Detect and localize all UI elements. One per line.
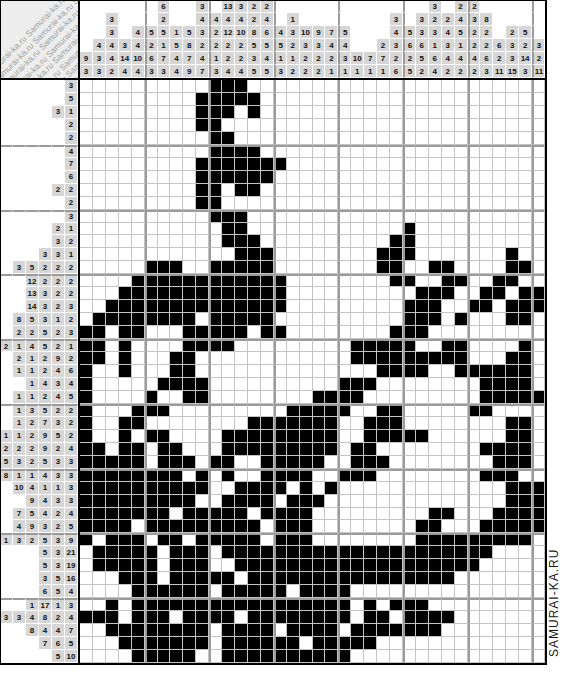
- grid-cell-empty[interactable]: [119, 274, 132, 287]
- grid-cell-filled[interactable]: [235, 145, 248, 158]
- grid-cell-filled[interactable]: [287, 508, 300, 521]
- grid-cell-empty[interactable]: [390, 637, 403, 650]
- grid-cell-empty[interactable]: [390, 650, 403, 663]
- grid-cell-filled[interactable]: [261, 287, 274, 300]
- grid-cell-filled[interactable]: [532, 508, 545, 521]
- grid-cell-empty[interactable]: [274, 184, 287, 197]
- grid-cell-empty[interactable]: [222, 352, 235, 365]
- grid-cell-empty[interactable]: [132, 352, 145, 365]
- grid-cell-filled[interactable]: [338, 585, 351, 598]
- grid-cell-empty[interactable]: [119, 650, 132, 663]
- grid-cell-empty[interactable]: [183, 248, 196, 261]
- grid-cell-empty[interactable]: [274, 145, 287, 158]
- grid-cell-empty[interactable]: [80, 235, 93, 248]
- grid-cell-empty[interactable]: [519, 585, 532, 598]
- grid-cell-filled[interactable]: [287, 637, 300, 650]
- grid-cell-filled[interactable]: [325, 572, 338, 585]
- grid-cell-filled[interactable]: [170, 624, 183, 637]
- grid-cell-filled[interactable]: [132, 443, 145, 456]
- grid-cell-filled[interactable]: [235, 650, 248, 663]
- grid-cell-empty[interactable]: [403, 417, 416, 430]
- grid-cell-filled[interactable]: [325, 598, 338, 611]
- grid-cell-empty[interactable]: [506, 132, 519, 145]
- grid-cell-filled[interactable]: [377, 365, 390, 378]
- grid-cell-empty[interactable]: [416, 417, 429, 430]
- grid-cell-empty[interactable]: [158, 158, 171, 171]
- grid-cell-empty[interactable]: [455, 235, 468, 248]
- grid-cell-empty[interactable]: [403, 650, 416, 663]
- grid-cell-empty[interactable]: [364, 495, 377, 508]
- grid-cell-empty[interactable]: [532, 559, 545, 572]
- grid-cell-empty[interactable]: [313, 339, 326, 352]
- grid-cell-filled[interactable]: [80, 482, 93, 495]
- grid-cell-filled[interactable]: [429, 520, 442, 533]
- grid-cell-filled[interactable]: [261, 300, 274, 313]
- grid-cell-empty[interactable]: [532, 443, 545, 456]
- grid-cell-filled[interactable]: [390, 404, 403, 417]
- grid-cell-empty[interactable]: [468, 80, 481, 93]
- grid-cell-filled[interactable]: [506, 274, 519, 287]
- grid-cell-empty[interactable]: [532, 365, 545, 378]
- grid-cell-empty[interactable]: [403, 520, 416, 533]
- grid-cell-filled[interactable]: [261, 572, 274, 585]
- grid-cell-filled[interactable]: [235, 235, 248, 248]
- grid-cell-filled[interactable]: [325, 546, 338, 559]
- grid-cell-empty[interactable]: [145, 339, 158, 352]
- grid-cell-empty[interactable]: [455, 261, 468, 274]
- grid-cell-filled[interactable]: [119, 456, 132, 469]
- grid-cell-empty[interactable]: [364, 248, 377, 261]
- grid-cell-empty[interactable]: [532, 145, 545, 158]
- grid-cell-filled[interactable]: [183, 456, 196, 469]
- grid-cell-empty[interactable]: [493, 171, 506, 184]
- grid-cell-empty[interactable]: [429, 235, 442, 248]
- grid-cell-filled[interactable]: [313, 443, 326, 456]
- grid-cell-filled[interactable]: [506, 300, 519, 313]
- grid-cell-filled[interactable]: [158, 287, 171, 300]
- grid-cell-empty[interactable]: [325, 132, 338, 145]
- grid-cell-filled[interactable]: [235, 300, 248, 313]
- grid-cell-filled[interactable]: [93, 495, 106, 508]
- grid-cell-empty[interactable]: [287, 391, 300, 404]
- grid-cell-filled[interactable]: [261, 611, 274, 624]
- grid-cell-empty[interactable]: [351, 197, 364, 210]
- grid-cell-empty[interactable]: [325, 261, 338, 274]
- grid-cell-filled[interactable]: [429, 508, 442, 521]
- grid-cell-filled[interactable]: [209, 184, 222, 197]
- grid-cell-filled[interactable]: [183, 287, 196, 300]
- grid-cell-filled[interactable]: [222, 261, 235, 274]
- grid-cell-filled[interactable]: [274, 417, 287, 430]
- grid-cell-empty[interactable]: [468, 482, 481, 495]
- grid-cell-filled[interactable]: [248, 611, 261, 624]
- grid-cell-empty[interactable]: [351, 300, 364, 313]
- grid-cell-empty[interactable]: [274, 93, 287, 106]
- grid-cell-empty[interactable]: [468, 287, 481, 300]
- grid-cell-empty[interactable]: [519, 637, 532, 650]
- grid-cell-filled[interactable]: [403, 235, 416, 248]
- grid-cell-empty[interactable]: [480, 313, 493, 326]
- grid-cell-empty[interactable]: [325, 469, 338, 482]
- grid-cell-filled[interactable]: [403, 430, 416, 443]
- grid-cell-filled[interactable]: [274, 482, 287, 495]
- grid-cell-empty[interactable]: [506, 158, 519, 171]
- grid-cell-empty[interactable]: [442, 235, 455, 248]
- grid-cell-filled[interactable]: [132, 585, 145, 598]
- grid-cell-filled[interactable]: [222, 572, 235, 585]
- grid-cell-filled[interactable]: [235, 520, 248, 533]
- grid-cell-empty[interactable]: [364, 171, 377, 184]
- grid-cell-empty[interactable]: [170, 235, 183, 248]
- grid-cell-empty[interactable]: [416, 482, 429, 495]
- grid-cell-filled[interactable]: [442, 611, 455, 624]
- grid-cell-filled[interactable]: [158, 430, 171, 443]
- grid-cell-filled[interactable]: [196, 637, 209, 650]
- grid-cell-empty[interactable]: [532, 378, 545, 391]
- grid-cell-empty[interactable]: [364, 145, 377, 158]
- grid-cell-filled[interactable]: [235, 248, 248, 261]
- grid-cell-empty[interactable]: [390, 132, 403, 145]
- grid-cell-filled[interactable]: [300, 417, 313, 430]
- grid-cell-filled[interactable]: [196, 274, 209, 287]
- grid-cell-empty[interactable]: [480, 248, 493, 261]
- grid-cell-empty[interactable]: [493, 624, 506, 637]
- grid-cell-empty[interactable]: [455, 650, 468, 663]
- grid-cell-empty[interactable]: [390, 93, 403, 106]
- grid-cell-empty[interactable]: [390, 611, 403, 624]
- grid-cell-empty[interactable]: [145, 210, 158, 223]
- grid-cell-filled[interactable]: [106, 520, 119, 533]
- grid-cell-empty[interactable]: [403, 508, 416, 521]
- grid-cell-filled[interactable]: [222, 145, 235, 158]
- grid-cell-filled[interactable]: [222, 611, 235, 624]
- grid-cell-empty[interactable]: [519, 235, 532, 248]
- grid-cell-empty[interactable]: [455, 210, 468, 223]
- grid-cell-filled[interactable]: [145, 274, 158, 287]
- grid-cell-filled[interactable]: [93, 443, 106, 456]
- grid-cell-filled[interactable]: [287, 650, 300, 663]
- grid-cell-empty[interactable]: [532, 326, 545, 339]
- grid-cell-empty[interactable]: [145, 158, 158, 171]
- grid-cell-filled[interactable]: [274, 572, 287, 585]
- grid-cell-empty[interactable]: [506, 287, 519, 300]
- grid-cell-empty[interactable]: [390, 456, 403, 469]
- grid-cell-empty[interactable]: [80, 572, 93, 585]
- grid-cell-filled[interactable]: [183, 326, 196, 339]
- grid-cell-filled[interactable]: [261, 456, 274, 469]
- grid-cell-empty[interactable]: [145, 106, 158, 119]
- grid-cell-empty[interactable]: [287, 378, 300, 391]
- grid-cell-empty[interactable]: [377, 495, 390, 508]
- grid-cell-empty[interactable]: [351, 598, 364, 611]
- grid-cell-empty[interactable]: [274, 171, 287, 184]
- grid-cell-empty[interactable]: [429, 132, 442, 145]
- grid-cell-empty[interactable]: [145, 184, 158, 197]
- grid-cell-empty[interactable]: [338, 339, 351, 352]
- grid-cell-empty[interactable]: [235, 106, 248, 119]
- grid-cell-empty[interactable]: [222, 365, 235, 378]
- grid-cell-empty[interactable]: [442, 313, 455, 326]
- grid-cell-empty[interactable]: [390, 495, 403, 508]
- grid-cell-empty[interactable]: [455, 378, 468, 391]
- grid-cell-empty[interactable]: [196, 132, 209, 145]
- grid-cell-empty[interactable]: [248, 352, 261, 365]
- grid-cell-filled[interactable]: [313, 404, 326, 417]
- grid-cell-filled[interactable]: [274, 520, 287, 533]
- grid-cell-filled[interactable]: [364, 352, 377, 365]
- grid-cell-empty[interactable]: [390, 391, 403, 404]
- grid-cell-empty[interactable]: [183, 106, 196, 119]
- grid-cell-empty[interactable]: [93, 378, 106, 391]
- grid-cell-empty[interactable]: [93, 274, 106, 287]
- grid-cell-filled[interactable]: [248, 145, 261, 158]
- grid-cell-empty[interactable]: [493, 313, 506, 326]
- grid-cell-empty[interactable]: [145, 417, 158, 430]
- grid-cell-empty[interactable]: [196, 404, 209, 417]
- grid-cell-empty[interactable]: [313, 145, 326, 158]
- grid-cell-empty[interactable]: [132, 119, 145, 132]
- grid-cell-empty[interactable]: [377, 80, 390, 93]
- grid-cell-filled[interactable]: [145, 546, 158, 559]
- grid-cell-filled[interactable]: [506, 365, 519, 378]
- grid-cell-empty[interactable]: [313, 184, 326, 197]
- grid-cell-empty[interactable]: [300, 637, 313, 650]
- grid-cell-filled[interactable]: [209, 326, 222, 339]
- grid-cell-filled[interactable]: [132, 508, 145, 521]
- grid-cell-empty[interactable]: [132, 378, 145, 391]
- grid-cell-empty[interactable]: [442, 443, 455, 456]
- grid-cell-empty[interactable]: [93, 391, 106, 404]
- grid-cell-empty[interactable]: [300, 391, 313, 404]
- grid-cell-filled[interactable]: [248, 585, 261, 598]
- grid-cell-filled[interactable]: [196, 287, 209, 300]
- grid-cell-empty[interactable]: [468, 624, 481, 637]
- grid-cell-empty[interactable]: [170, 132, 183, 145]
- grid-cell-filled[interactable]: [442, 352, 455, 365]
- grid-cell-empty[interactable]: [209, 430, 222, 443]
- grid-cell-filled[interactable]: [519, 365, 532, 378]
- grid-cell-filled[interactable]: [274, 430, 287, 443]
- grid-cell-empty[interactable]: [145, 132, 158, 145]
- grid-cell-empty[interactable]: [261, 80, 274, 93]
- grid-cell-empty[interactable]: [106, 184, 119, 197]
- grid-cell-empty[interactable]: [506, 637, 519, 650]
- grid-cell-empty[interactable]: [532, 210, 545, 223]
- grid-cell-empty[interactable]: [480, 572, 493, 585]
- grid-cell-empty[interactable]: [338, 430, 351, 443]
- grid-cell-empty[interactable]: [93, 248, 106, 261]
- grid-cell-empty[interactable]: [377, 637, 390, 650]
- grid-cell-empty[interactable]: [93, 80, 106, 93]
- grid-cell-empty[interactable]: [300, 158, 313, 171]
- grid-cell-empty[interactable]: [287, 274, 300, 287]
- grid-cell-empty[interactable]: [209, 417, 222, 430]
- grid-cell-filled[interactable]: [222, 132, 235, 145]
- grid-cell-filled[interactable]: [519, 339, 532, 352]
- grid-cell-empty[interactable]: [506, 650, 519, 663]
- grid-cell-filled[interactable]: [403, 274, 416, 287]
- grid-cell-empty[interactable]: [532, 598, 545, 611]
- grid-cell-filled[interactable]: [351, 546, 364, 559]
- grid-cell-empty[interactable]: [455, 248, 468, 261]
- grid-cell-filled[interactable]: [80, 495, 93, 508]
- grid-cell-empty[interactable]: [313, 300, 326, 313]
- grid-cell-empty[interactable]: [364, 132, 377, 145]
- grid-cell-empty[interactable]: [209, 585, 222, 598]
- grid-cell-empty[interactable]: [183, 132, 196, 145]
- grid-cell-filled[interactable]: [390, 248, 403, 261]
- grid-cell-empty[interactable]: [93, 624, 106, 637]
- grid-cell-empty[interactable]: [158, 80, 171, 93]
- grid-cell-empty[interactable]: [377, 274, 390, 287]
- grid-cell-filled[interactable]: [480, 520, 493, 533]
- grid-cell-empty[interactable]: [119, 598, 132, 611]
- grid-cell-filled[interactable]: [119, 339, 132, 352]
- grid-cell-empty[interactable]: [429, 495, 442, 508]
- grid-cell-filled[interactable]: [119, 533, 132, 546]
- grid-cell-filled[interactable]: [119, 417, 132, 430]
- grid-cell-filled[interactable]: [493, 533, 506, 546]
- grid-cell-empty[interactable]: [442, 391, 455, 404]
- grid-cell-empty[interactable]: [493, 197, 506, 210]
- grid-cell-filled[interactable]: [119, 300, 132, 313]
- grid-cell-empty[interactable]: [468, 430, 481, 443]
- grid-cell-empty[interactable]: [209, 650, 222, 663]
- grid-cell-filled[interactable]: [506, 443, 519, 456]
- grid-cell-filled[interactable]: [196, 184, 209, 197]
- grid-cell-empty[interactable]: [248, 326, 261, 339]
- grid-cell-empty[interactable]: [170, 339, 183, 352]
- grid-cell-empty[interactable]: [364, 585, 377, 598]
- grid-cell-empty[interactable]: [506, 235, 519, 248]
- grid-cell-empty[interactable]: [248, 132, 261, 145]
- grid-cell-filled[interactable]: [145, 559, 158, 572]
- grid-cell-filled[interactable]: [145, 598, 158, 611]
- grid-cell-empty[interactable]: [351, 585, 364, 598]
- grid-cell-empty[interactable]: [519, 650, 532, 663]
- grid-cell-filled[interactable]: [158, 598, 171, 611]
- grid-cell-empty[interactable]: [261, 132, 274, 145]
- grid-cell-empty[interactable]: [80, 184, 93, 197]
- grid-cell-empty[interactable]: [364, 184, 377, 197]
- grid-cell-filled[interactable]: [364, 378, 377, 391]
- grid-cell-filled[interactable]: [209, 611, 222, 624]
- grid-cell-empty[interactable]: [235, 572, 248, 585]
- grid-cell-filled[interactable]: [519, 287, 532, 300]
- grid-cell-empty[interactable]: [300, 235, 313, 248]
- grid-cell-empty[interactable]: [209, 637, 222, 650]
- grid-cell-empty[interactable]: [300, 365, 313, 378]
- grid-cell-empty[interactable]: [158, 210, 171, 223]
- grid-cell-empty[interactable]: [493, 572, 506, 585]
- grid-cell-filled[interactable]: [364, 598, 377, 611]
- grid-cell-filled[interactable]: [248, 482, 261, 495]
- grid-cell-filled[interactable]: [248, 637, 261, 650]
- grid-cell-empty[interactable]: [158, 572, 171, 585]
- grid-cell-empty[interactable]: [93, 210, 106, 223]
- grid-cell-filled[interactable]: [429, 313, 442, 326]
- grid-cell-empty[interactable]: [416, 119, 429, 132]
- grid-cell-empty[interactable]: [480, 417, 493, 430]
- grid-cell-empty[interactable]: [183, 469, 196, 482]
- grid-cell-empty[interactable]: [532, 235, 545, 248]
- grid-cell-empty[interactable]: [338, 326, 351, 339]
- grid-cell-empty[interactable]: [222, 391, 235, 404]
- grid-cell-empty[interactable]: [364, 365, 377, 378]
- grid-cell-empty[interactable]: [183, 210, 196, 223]
- grid-cell-empty[interactable]: [119, 80, 132, 93]
- grid-cell-filled[interactable]: [403, 352, 416, 365]
- grid-cell-empty[interactable]: [377, 287, 390, 300]
- grid-cell-empty[interactable]: [119, 210, 132, 223]
- grid-cell-filled[interactable]: [364, 430, 377, 443]
- grid-cell-filled[interactable]: [119, 546, 132, 559]
- grid-cell-filled[interactable]: [506, 352, 519, 365]
- grid-cell-filled[interactable]: [222, 106, 235, 119]
- grid-cell-empty[interactable]: [222, 559, 235, 572]
- grid-cell-empty[interactable]: [158, 352, 171, 365]
- grid-cell-filled[interactable]: [248, 624, 261, 637]
- grid-cell-filled[interactable]: [287, 546, 300, 559]
- grid-cell-filled[interactable]: [313, 430, 326, 443]
- grid-cell-filled[interactable]: [235, 158, 248, 171]
- grid-cell-filled[interactable]: [222, 585, 235, 598]
- grid-cell-empty[interactable]: [93, 430, 106, 443]
- grid-cell-filled[interactable]: [158, 495, 171, 508]
- grid-cell-empty[interactable]: [338, 287, 351, 300]
- grid-cell-filled[interactable]: [429, 624, 442, 637]
- grid-cell-empty[interactable]: [351, 106, 364, 119]
- grid-cell-empty[interactable]: [300, 106, 313, 119]
- grid-cell-empty[interactable]: [261, 184, 274, 197]
- grid-cell-empty[interactable]: [468, 456, 481, 469]
- grid-cell-empty[interactable]: [235, 404, 248, 417]
- grid-cell-filled[interactable]: [183, 624, 196, 637]
- grid-cell-filled[interactable]: [519, 352, 532, 365]
- grid-cell-filled[interactable]: [170, 287, 183, 300]
- grid-cell-filled[interactable]: [222, 313, 235, 326]
- grid-cell-empty[interactable]: [480, 352, 493, 365]
- grid-cell-empty[interactable]: [480, 145, 493, 158]
- grid-cell-filled[interactable]: [429, 300, 442, 313]
- grid-cell-empty[interactable]: [468, 339, 481, 352]
- grid-cell-empty[interactable]: [106, 223, 119, 236]
- grid-cell-filled[interactable]: [209, 572, 222, 585]
- grid-cell-empty[interactable]: [209, 223, 222, 236]
- grid-cell-empty[interactable]: [455, 132, 468, 145]
- grid-cell-empty[interactable]: [132, 158, 145, 171]
- grid-cell-empty[interactable]: [532, 119, 545, 132]
- grid-cell-empty[interactable]: [158, 145, 171, 158]
- grid-cell-filled[interactable]: [506, 533, 519, 546]
- grid-cell-empty[interactable]: [93, 235, 106, 248]
- grid-cell-empty[interactable]: [377, 235, 390, 248]
- grid-cell-empty[interactable]: [468, 106, 481, 119]
- grid-cell-filled[interactable]: [338, 637, 351, 650]
- grid-cell-empty[interactable]: [209, 404, 222, 417]
- grid-cell-empty[interactable]: [325, 235, 338, 248]
- grid-cell-empty[interactable]: [532, 132, 545, 145]
- grid-cell-empty[interactable]: [429, 391, 442, 404]
- grid-cell-empty[interactable]: [416, 248, 429, 261]
- grid-cell-filled[interactable]: [145, 261, 158, 274]
- grid-cell-filled[interactable]: [119, 637, 132, 650]
- grid-cell-empty[interactable]: [287, 313, 300, 326]
- grid-cell-filled[interactable]: [145, 520, 158, 533]
- grid-cell-filled[interactable]: [183, 378, 196, 391]
- grid-cell-empty[interactable]: [429, 106, 442, 119]
- grid-cell-empty[interactable]: [429, 223, 442, 236]
